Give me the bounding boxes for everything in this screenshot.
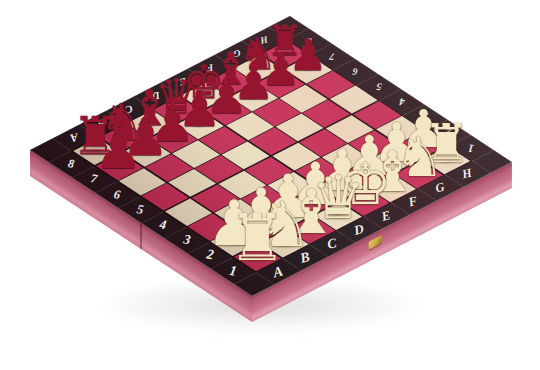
- chess-set-photo: AABBCCDDEEFFGGHH1122334455667788 ♜♞♝♛♚♝♞…: [0, 0, 540, 370]
- folding-seam: [140, 223, 141, 250]
- chess-board: [30, 16, 512, 296]
- brass-clasp: [369, 235, 382, 250]
